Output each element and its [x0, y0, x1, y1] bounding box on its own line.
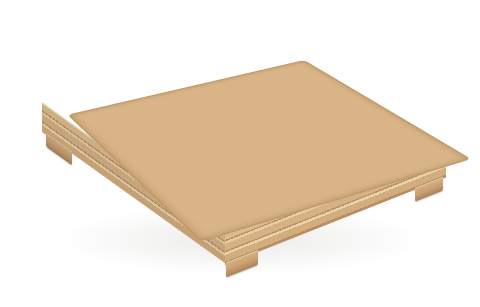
tray-bracket-foot-left — [46, 133, 72, 166]
tray-bracket-foot-right — [415, 177, 443, 202]
product-photo-stage — [0, 0, 480, 307]
